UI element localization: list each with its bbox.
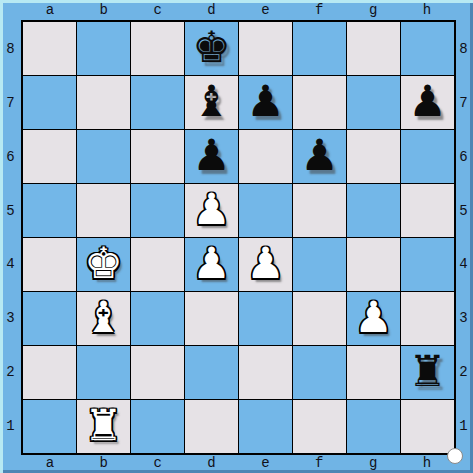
file-label: g — [346, 1, 400, 19]
black-bishop[interactable]: ♝ — [192, 75, 231, 128]
board-frame: abcdefgh abcdefgh 87654321 87654321 ♚♝♟♟… — [0, 0, 473, 473]
square-d4[interactable]: ♟ — [185, 238, 238, 291]
square-h4[interactable] — [401, 238, 454, 291]
square-f2[interactable] — [293, 346, 346, 399]
square-c5[interactable] — [131, 184, 184, 237]
square-b6[interactable] — [77, 130, 130, 183]
file-label: e — [239, 454, 293, 472]
square-e5[interactable] — [239, 184, 292, 237]
file-labels-bottom: abcdefgh — [23, 454, 454, 472]
black-pawn[interactable]: ♟ — [246, 75, 285, 128]
file-label: e — [239, 1, 293, 19]
black-pawn[interactable]: ♟ — [192, 129, 231, 182]
square-f1[interactable] — [293, 400, 346, 453]
square-a7[interactable] — [23, 76, 76, 129]
square-a6[interactable] — [23, 130, 76, 183]
square-a3[interactable] — [23, 292, 76, 345]
square-h1[interactable] — [401, 400, 454, 453]
square-e4[interactable]: ♟ — [239, 238, 292, 291]
rank-labels-right: 87654321 — [454, 22, 473, 453]
square-h2[interactable]: ♜ — [401, 346, 454, 399]
square-c2[interactable] — [131, 346, 184, 399]
square-g8[interactable] — [347, 22, 400, 75]
square-c4[interactable] — [131, 238, 184, 291]
square-a1[interactable] — [23, 400, 76, 453]
file-label: b — [77, 1, 131, 19]
square-e1[interactable] — [239, 400, 292, 453]
file-label: c — [131, 1, 185, 19]
square-b3[interactable]: ♝ — [77, 292, 130, 345]
file-label: d — [185, 1, 239, 19]
square-b4[interactable]: ♚ — [77, 238, 130, 291]
square-e7[interactable]: ♟ — [239, 76, 292, 129]
square-d6[interactable]: ♟ — [185, 130, 238, 183]
square-c3[interactable] — [131, 292, 184, 345]
square-b7[interactable] — [77, 76, 130, 129]
square-c7[interactable] — [131, 76, 184, 129]
square-e8[interactable] — [239, 22, 292, 75]
file-labels-top: abcdefgh — [23, 1, 454, 19]
square-g3[interactable]: ♟ — [347, 292, 400, 345]
white-pawn[interactable]: ♟ — [192, 183, 231, 236]
square-f8[interactable] — [293, 22, 346, 75]
rank-label: 6 — [454, 130, 473, 184]
black-pawn[interactable]: ♟ — [300, 129, 339, 182]
square-d7[interactable]: ♝ — [185, 76, 238, 129]
square-c6[interactable] — [131, 130, 184, 183]
rank-label: 4 — [454, 238, 473, 292]
square-g1[interactable] — [347, 400, 400, 453]
square-a2[interactable] — [23, 346, 76, 399]
square-b8[interactable] — [77, 22, 130, 75]
square-f5[interactable] — [293, 184, 346, 237]
file-label: b — [77, 454, 131, 472]
rank-label: 2 — [454, 345, 473, 399]
square-e3[interactable] — [239, 292, 292, 345]
square-d8[interactable]: ♚ — [185, 22, 238, 75]
square-a5[interactable] — [23, 184, 76, 237]
file-label: a — [23, 454, 77, 472]
square-d2[interactable] — [185, 346, 238, 399]
square-g6[interactable] — [347, 130, 400, 183]
black-pawn[interactable]: ♟ — [408, 75, 447, 128]
rank-label: 5 — [454, 184, 473, 238]
square-h8[interactable] — [401, 22, 454, 75]
rank-label: 3 — [454, 291, 473, 345]
white-pawn[interactable]: ♟ — [354, 291, 393, 344]
square-d3[interactable] — [185, 292, 238, 345]
chess-board: ♚♝♟♟♟♟♟♚♟♟♝♟♜♜ — [21, 20, 456, 455]
rank-label: 3 — [1, 291, 20, 345]
square-a8[interactable] — [23, 22, 76, 75]
rank-label: 7 — [454, 76, 473, 130]
square-d5[interactable]: ♟ — [185, 184, 238, 237]
rank-label: 4 — [1, 238, 20, 292]
rank-labels-left: 87654321 — [1, 22, 20, 453]
rank-label: 2 — [1, 345, 20, 399]
square-e6[interactable] — [239, 130, 292, 183]
white-bishop[interactable]: ♝ — [84, 291, 123, 344]
square-d1[interactable] — [185, 400, 238, 453]
file-label: d — [185, 454, 239, 472]
square-f4[interactable] — [293, 238, 346, 291]
square-c1[interactable] — [131, 400, 184, 453]
square-f7[interactable] — [293, 76, 346, 129]
white-pawn[interactable]: ♟ — [246, 237, 285, 290]
square-g4[interactable] — [347, 238, 400, 291]
file-label: h — [400, 1, 454, 19]
file-label: h — [400, 454, 454, 472]
file-label: f — [292, 1, 346, 19]
square-f3[interactable] — [293, 292, 346, 345]
square-c8[interactable] — [131, 22, 184, 75]
square-g7[interactable] — [347, 76, 400, 129]
white-rook[interactable]: ♜ — [84, 399, 123, 452]
square-h7[interactable]: ♟ — [401, 76, 454, 129]
square-h6[interactable] — [401, 130, 454, 183]
square-b5[interactable] — [77, 184, 130, 237]
square-a4[interactable] — [23, 238, 76, 291]
square-f6[interactable]: ♟ — [293, 130, 346, 183]
black-rook[interactable]: ♜ — [408, 345, 447, 398]
square-h3[interactable] — [401, 292, 454, 345]
white-pawn[interactable]: ♟ — [192, 237, 231, 290]
file-label: c — [131, 454, 185, 472]
square-e2[interactable] — [239, 346, 292, 399]
rank-label: 8 — [454, 22, 473, 76]
square-h5[interactable] — [401, 184, 454, 237]
square-b2[interactable] — [77, 346, 130, 399]
square-g2[interactable] — [347, 346, 400, 399]
white-to-move-indicator — [447, 448, 463, 464]
square-g5[interactable] — [347, 184, 400, 237]
rank-label: 1 — [1, 399, 20, 453]
square-b1[interactable]: ♜ — [77, 400, 130, 453]
rank-label: 5 — [1, 184, 20, 238]
rank-label: 1 — [454, 399, 473, 453]
rank-label: 6 — [1, 130, 20, 184]
rank-label: 7 — [1, 76, 20, 130]
file-label: a — [23, 1, 77, 19]
white-king[interactable]: ♚ — [84, 237, 123, 290]
rank-label: 8 — [1, 22, 20, 76]
file-label: g — [346, 454, 400, 472]
black-king[interactable]: ♚ — [192, 21, 231, 74]
file-label: f — [292, 454, 346, 472]
